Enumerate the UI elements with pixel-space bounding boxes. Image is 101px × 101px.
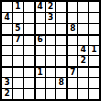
cell-r5c9: 1	[89, 46, 99, 56]
cell-r2c6[interactable]	[56, 13, 66, 23]
cell-r7c6[interactable]	[56, 67, 66, 77]
cell-r4c5[interactable]	[46, 35, 56, 45]
cell-r5c6[interactable]	[56, 46, 66, 56]
cell-r7c4: 1	[35, 67, 45, 77]
cell-r1c9[interactable]	[89, 2, 99, 12]
cell-r8c4[interactable]	[35, 78, 45, 88]
cell-r6c9[interactable]	[89, 56, 99, 66]
cell-r5c3[interactable]	[24, 46, 34, 56]
cell-r3c1[interactable]	[2, 24, 12, 34]
cell-r1c5: 2	[46, 2, 56, 12]
cell-r3c3[interactable]	[24, 24, 34, 34]
cell-r4c9[interactable]	[89, 35, 99, 45]
cell-r4c3[interactable]	[24, 35, 34, 45]
cell-r2c3[interactable]	[24, 13, 34, 23]
cell-r1c4: 4	[35, 2, 45, 12]
cell-r3c9[interactable]	[89, 24, 99, 34]
cell-r2c5: 3	[46, 13, 56, 23]
cell-r3c2: 5	[13, 24, 23, 34]
cell-r7c2[interactable]	[13, 67, 23, 77]
cell-r4c1[interactable]	[2, 35, 12, 45]
cell-r1c7[interactable]	[67, 2, 77, 12]
cell-r5c8: 4	[78, 46, 88, 56]
cell-r2c1: 4	[2, 13, 12, 23]
cell-r8c5[interactable]	[46, 78, 56, 88]
cell-r9c2[interactable]	[13, 89, 23, 99]
cell-r1c8[interactable]	[78, 2, 88, 12]
cell-r5c4[interactable]	[35, 46, 45, 56]
cell-r9c7[interactable]	[67, 89, 77, 99]
cell-r9c5[interactable]	[46, 89, 56, 99]
cell-r6c8: 2	[78, 56, 88, 66]
cell-r5c2[interactable]	[13, 46, 23, 56]
cell-r8c8[interactable]	[78, 78, 88, 88]
cell-r6c1[interactable]	[2, 56, 12, 66]
cell-r9c3[interactable]	[24, 89, 34, 99]
cell-r3c4[interactable]	[35, 24, 45, 34]
cell-r7c3[interactable]	[24, 67, 34, 77]
cell-r2c4[interactable]	[35, 13, 45, 23]
cell-r3c8[interactable]	[78, 24, 88, 34]
cell-r3c5[interactable]	[46, 24, 56, 34]
cell-r6c4[interactable]	[35, 56, 45, 66]
cell-r4c8[interactable]	[78, 35, 88, 45]
cell-r9c8[interactable]	[78, 89, 88, 99]
cell-r7c9[interactable]	[89, 67, 99, 77]
cell-r3c7: 8	[67, 24, 77, 34]
cell-r1c6[interactable]	[56, 2, 66, 12]
cell-r6c6[interactable]	[56, 56, 66, 66]
cell-r7c8[interactable]	[78, 67, 88, 77]
cell-r7c1[interactable]	[2, 67, 12, 77]
cell-r8c2[interactable]	[13, 78, 23, 88]
cell-r1c2: 1	[13, 2, 23, 12]
cell-r5c5[interactable]	[46, 46, 56, 56]
cell-r8c3[interactable]	[24, 78, 34, 88]
cell-r7c5[interactable]	[46, 67, 56, 77]
cell-r9c9[interactable]	[89, 89, 99, 99]
cell-r6c3[interactable]	[24, 56, 34, 66]
cell-r4c2: 7	[13, 35, 23, 45]
cell-r2c8[interactable]	[78, 13, 88, 23]
cell-r9c4[interactable]	[35, 89, 45, 99]
cell-r8c1: 3	[2, 78, 12, 88]
cell-r9c6[interactable]	[56, 89, 66, 99]
cell-r7c7: 7	[67, 67, 77, 77]
cell-r2c7[interactable]	[67, 13, 77, 23]
cell-r2c9[interactable]	[89, 13, 99, 23]
cell-r3c6[interactable]	[56, 24, 66, 34]
cell-r1c3[interactable]	[24, 2, 34, 12]
cell-r6c5[interactable]	[46, 56, 56, 66]
cell-r4c7[interactable]	[67, 35, 77, 45]
cell-r6c2[interactable]	[13, 56, 23, 66]
cell-r5c1[interactable]	[2, 46, 12, 56]
cell-r2c2[interactable]	[13, 13, 23, 23]
cell-r4c4: 6	[35, 35, 45, 45]
cell-r8c6: 8	[56, 78, 66, 88]
cell-r1c1[interactable]	[2, 2, 12, 12]
cell-r4c6[interactable]	[56, 35, 66, 45]
cell-r9c1: 2	[2, 89, 12, 99]
cell-r5c7[interactable]	[67, 46, 77, 56]
cell-r8c9[interactable]	[89, 78, 99, 88]
sudoku-board: 14243587641217382	[0, 0, 101, 101]
cell-r8c7[interactable]	[67, 78, 77, 88]
cell-r6c7[interactable]	[67, 56, 77, 66]
